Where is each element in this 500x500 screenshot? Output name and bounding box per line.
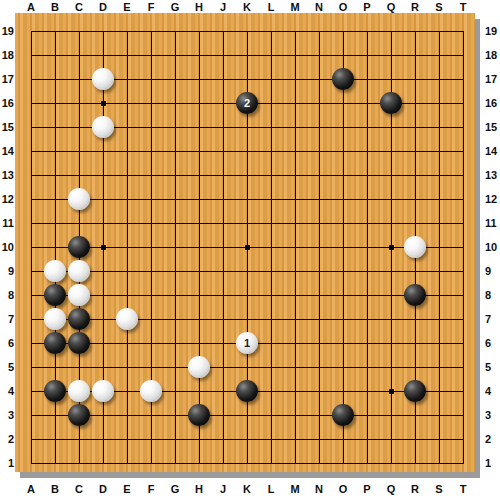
intersection-T4[interactable] (451, 379, 475, 403)
intersection-O14[interactable] (331, 139, 355, 163)
intersection-D9[interactable] (91, 259, 115, 283)
intersection-A9[interactable] (19, 259, 43, 283)
intersection-H14[interactable] (187, 139, 211, 163)
intersection-R2[interactable] (403, 427, 427, 451)
intersection-H15[interactable] (187, 115, 211, 139)
intersection-A13[interactable] (19, 163, 43, 187)
intersection-E6[interactable] (115, 331, 139, 355)
intersection-K16[interactable]: 2 (235, 91, 259, 115)
intersection-D2[interactable] (91, 427, 115, 451)
intersection-P13[interactable] (355, 163, 379, 187)
intersection-P17[interactable] (355, 67, 379, 91)
intersection-P3[interactable] (355, 403, 379, 427)
intersection-N3[interactable] (307, 403, 331, 427)
intersection-L15[interactable] (259, 115, 283, 139)
intersection-J8[interactable] (211, 283, 235, 307)
intersection-D4[interactable] (91, 379, 115, 403)
intersection-L6[interactable] (259, 331, 283, 355)
intersection-O13[interactable] (331, 163, 355, 187)
intersection-J11[interactable] (211, 211, 235, 235)
intersection-L13[interactable] (259, 163, 283, 187)
intersection-C15[interactable] (67, 115, 91, 139)
black-stone-C10[interactable] (68, 236, 90, 258)
intersection-O10[interactable] (331, 235, 355, 259)
intersection-O1[interactable] (331, 451, 355, 475)
intersection-Q7[interactable] (379, 307, 403, 331)
intersection-D11[interactable] (91, 211, 115, 235)
intersection-R17[interactable] (403, 67, 427, 91)
go-board[interactable]: 21 (15, 13, 475, 472)
intersection-F13[interactable] (139, 163, 163, 187)
intersection-P7[interactable] (355, 307, 379, 331)
intersection-Q8[interactable] (379, 283, 403, 307)
intersection-S6[interactable] (427, 331, 451, 355)
intersection-M10[interactable] (283, 235, 307, 259)
intersection-Q12[interactable] (379, 187, 403, 211)
intersection-R18[interactable] (403, 43, 427, 67)
intersection-O2[interactable] (331, 427, 355, 451)
intersection-L12[interactable] (259, 187, 283, 211)
black-stone-C3[interactable] (68, 404, 90, 426)
intersection-P4[interactable] (355, 379, 379, 403)
intersection-T12[interactable] (451, 187, 475, 211)
intersection-M14[interactable] (283, 139, 307, 163)
intersection-G6[interactable] (163, 331, 187, 355)
intersection-N5[interactable] (307, 355, 331, 379)
intersection-J14[interactable] (211, 139, 235, 163)
intersection-F6[interactable] (139, 331, 163, 355)
intersection-N14[interactable] (307, 139, 331, 163)
intersection-H16[interactable] (187, 91, 211, 115)
intersection-K2[interactable] (235, 427, 259, 451)
intersection-M4[interactable] (283, 379, 307, 403)
intersection-K6[interactable]: 1 (235, 331, 259, 355)
intersection-Q17[interactable] (379, 67, 403, 91)
intersection-B16[interactable] (43, 91, 67, 115)
intersection-A14[interactable] (19, 139, 43, 163)
intersection-L19[interactable] (259, 19, 283, 43)
intersection-J7[interactable] (211, 307, 235, 331)
intersection-E8[interactable] (115, 283, 139, 307)
intersection-G16[interactable] (163, 91, 187, 115)
intersection-B18[interactable] (43, 43, 67, 67)
intersection-H4[interactable] (187, 379, 211, 403)
intersection-F8[interactable] (139, 283, 163, 307)
intersection-C11[interactable] (67, 211, 91, 235)
intersection-R10[interactable] (403, 235, 427, 259)
intersection-M5[interactable] (283, 355, 307, 379)
intersection-F2[interactable] (139, 427, 163, 451)
intersection-M2[interactable] (283, 427, 307, 451)
intersection-G11[interactable] (163, 211, 187, 235)
intersection-F9[interactable] (139, 259, 163, 283)
intersection-B13[interactable] (43, 163, 67, 187)
intersection-T14[interactable] (451, 139, 475, 163)
intersection-A6[interactable] (19, 331, 43, 355)
intersection-D18[interactable] (91, 43, 115, 67)
black-stone-B6[interactable] (44, 332, 66, 354)
intersection-B1[interactable] (43, 451, 67, 475)
intersection-H6[interactable] (187, 331, 211, 355)
intersection-J10[interactable] (211, 235, 235, 259)
intersection-M13[interactable] (283, 163, 307, 187)
intersection-C9[interactable] (67, 259, 91, 283)
intersection-E19[interactable] (115, 19, 139, 43)
intersection-N1[interactable] (307, 451, 331, 475)
intersection-G8[interactable] (163, 283, 187, 307)
intersection-C16[interactable] (67, 91, 91, 115)
intersection-R8[interactable] (403, 283, 427, 307)
intersection-G1[interactable] (163, 451, 187, 475)
intersection-N13[interactable] (307, 163, 331, 187)
intersection-F3[interactable] (139, 403, 163, 427)
intersection-N18[interactable] (307, 43, 331, 67)
intersection-O16[interactable] (331, 91, 355, 115)
intersection-J17[interactable] (211, 67, 235, 91)
white-stone-D4[interactable] (92, 380, 114, 402)
intersection-Q14[interactable] (379, 139, 403, 163)
intersection-O8[interactable] (331, 283, 355, 307)
white-stone-B7[interactable] (44, 308, 66, 330)
intersection-T5[interactable] (451, 355, 475, 379)
intersection-S14[interactable] (427, 139, 451, 163)
intersection-S19[interactable] (427, 19, 451, 43)
black-stone-K4[interactable] (236, 380, 258, 402)
white-stone-C4[interactable] (68, 380, 90, 402)
intersection-B10[interactable] (43, 235, 67, 259)
intersection-J19[interactable] (211, 19, 235, 43)
intersection-B19[interactable] (43, 19, 67, 43)
intersection-G12[interactable] (163, 187, 187, 211)
intersection-Q16[interactable] (379, 91, 403, 115)
black-stone-Q16[interactable] (380, 92, 402, 114)
intersection-N8[interactable] (307, 283, 331, 307)
intersection-O6[interactable] (331, 331, 355, 355)
intersection-O19[interactable] (331, 19, 355, 43)
intersection-N2[interactable] (307, 427, 331, 451)
intersection-N7[interactable] (307, 307, 331, 331)
intersection-Q4[interactable] (379, 379, 403, 403)
white-stone-B9[interactable] (44, 260, 66, 282)
intersection-R16[interactable] (403, 91, 427, 115)
intersection-B17[interactable] (43, 67, 67, 91)
intersection-H13[interactable] (187, 163, 211, 187)
intersection-R13[interactable] (403, 163, 427, 187)
intersection-J15[interactable] (211, 115, 235, 139)
intersection-H12[interactable] (187, 187, 211, 211)
intersection-K9[interactable] (235, 259, 259, 283)
intersection-K12[interactable] (235, 187, 259, 211)
white-stone-D17[interactable] (92, 68, 114, 90)
intersection-P9[interactable] (355, 259, 379, 283)
intersection-F4[interactable] (139, 379, 163, 403)
intersection-Q11[interactable] (379, 211, 403, 235)
intersection-J5[interactable] (211, 355, 235, 379)
intersection-H11[interactable] (187, 211, 211, 235)
intersection-G17[interactable] (163, 67, 187, 91)
intersection-M16[interactable] (283, 91, 307, 115)
intersection-K13[interactable] (235, 163, 259, 187)
intersection-A5[interactable] (19, 355, 43, 379)
intersection-A7[interactable] (19, 307, 43, 331)
intersection-E4[interactable] (115, 379, 139, 403)
intersection-E16[interactable] (115, 91, 139, 115)
intersection-G3[interactable] (163, 403, 187, 427)
intersection-L7[interactable] (259, 307, 283, 331)
intersection-T1[interactable] (451, 451, 475, 475)
intersection-P12[interactable] (355, 187, 379, 211)
intersection-J1[interactable] (211, 451, 235, 475)
intersection-C2[interactable] (67, 427, 91, 451)
intersection-K14[interactable] (235, 139, 259, 163)
intersection-M9[interactable] (283, 259, 307, 283)
intersection-O11[interactable] (331, 211, 355, 235)
intersection-O7[interactable] (331, 307, 355, 331)
intersection-S1[interactable] (427, 451, 451, 475)
intersection-Q5[interactable] (379, 355, 403, 379)
intersection-E1[interactable] (115, 451, 139, 475)
intersection-T9[interactable] (451, 259, 475, 283)
intersection-S2[interactable] (427, 427, 451, 451)
intersection-T13[interactable] (451, 163, 475, 187)
intersection-A3[interactable] (19, 403, 43, 427)
intersection-E14[interactable] (115, 139, 139, 163)
intersection-C19[interactable] (67, 19, 91, 43)
intersection-S15[interactable] (427, 115, 451, 139)
intersection-J16[interactable] (211, 91, 235, 115)
intersection-S4[interactable] (427, 379, 451, 403)
intersection-T2[interactable] (451, 427, 475, 451)
intersection-R11[interactable] (403, 211, 427, 235)
intersection-J18[interactable] (211, 43, 235, 67)
intersection-O18[interactable] (331, 43, 355, 67)
intersection-H19[interactable] (187, 19, 211, 43)
white-stone-C9[interactable] (68, 260, 90, 282)
intersection-E10[interactable] (115, 235, 139, 259)
intersection-R15[interactable] (403, 115, 427, 139)
intersection-D10[interactable] (91, 235, 115, 259)
intersection-F18[interactable] (139, 43, 163, 67)
intersection-B15[interactable] (43, 115, 67, 139)
intersection-H7[interactable] (187, 307, 211, 331)
intersection-P8[interactable] (355, 283, 379, 307)
intersection-L17[interactable] (259, 67, 283, 91)
intersection-N12[interactable] (307, 187, 331, 211)
intersection-H3[interactable] (187, 403, 211, 427)
black-stone-O3[interactable] (332, 404, 354, 426)
intersection-R9[interactable] (403, 259, 427, 283)
intersection-A17[interactable] (19, 67, 43, 91)
intersection-D3[interactable] (91, 403, 115, 427)
intersection-F14[interactable] (139, 139, 163, 163)
intersection-B8[interactable] (43, 283, 67, 307)
intersection-A15[interactable] (19, 115, 43, 139)
intersection-T19[interactable] (451, 19, 475, 43)
intersection-T11[interactable] (451, 211, 475, 235)
intersection-M19[interactable] (283, 19, 307, 43)
intersection-H1[interactable] (187, 451, 211, 475)
intersection-H10[interactable] (187, 235, 211, 259)
intersection-J12[interactable] (211, 187, 235, 211)
intersection-K17[interactable] (235, 67, 259, 91)
black-stone-O17[interactable] (332, 68, 354, 90)
intersection-C12[interactable] (67, 187, 91, 211)
intersection-S7[interactable] (427, 307, 451, 331)
intersection-E2[interactable] (115, 427, 139, 451)
intersection-C6[interactable] (67, 331, 91, 355)
intersection-D1[interactable] (91, 451, 115, 475)
intersection-R5[interactable] (403, 355, 427, 379)
black-stone-B4[interactable] (44, 380, 66, 402)
intersection-M15[interactable] (283, 115, 307, 139)
intersection-Q19[interactable] (379, 19, 403, 43)
intersection-B2[interactable] (43, 427, 67, 451)
intersection-N11[interactable] (307, 211, 331, 235)
intersection-D19[interactable] (91, 19, 115, 43)
intersection-J13[interactable] (211, 163, 235, 187)
intersection-F11[interactable] (139, 211, 163, 235)
intersection-R19[interactable] (403, 19, 427, 43)
white-stone-K6[interactable]: 1 (236, 332, 258, 354)
intersection-B14[interactable] (43, 139, 67, 163)
intersection-L14[interactable] (259, 139, 283, 163)
intersection-F17[interactable] (139, 67, 163, 91)
black-stone-R4[interactable] (404, 380, 426, 402)
intersection-G9[interactable] (163, 259, 187, 283)
intersection-M8[interactable] (283, 283, 307, 307)
intersection-C17[interactable] (67, 67, 91, 91)
intersection-Q6[interactable] (379, 331, 403, 355)
intersection-K7[interactable] (235, 307, 259, 331)
intersection-R7[interactable] (403, 307, 427, 331)
white-stone-C8[interactable] (68, 284, 90, 306)
intersection-D13[interactable] (91, 163, 115, 187)
intersection-P10[interactable] (355, 235, 379, 259)
intersection-F1[interactable] (139, 451, 163, 475)
intersection-F16[interactable] (139, 91, 163, 115)
intersection-P16[interactable] (355, 91, 379, 115)
intersection-N9[interactable] (307, 259, 331, 283)
intersection-Q18[interactable] (379, 43, 403, 67)
intersection-B9[interactable] (43, 259, 67, 283)
intersection-O15[interactable] (331, 115, 355, 139)
intersection-M3[interactable] (283, 403, 307, 427)
intersection-D5[interactable] (91, 355, 115, 379)
intersection-J3[interactable] (211, 403, 235, 427)
intersection-K11[interactable] (235, 211, 259, 235)
intersection-P6[interactable] (355, 331, 379, 355)
intersection-T16[interactable] (451, 91, 475, 115)
intersection-J4[interactable] (211, 379, 235, 403)
intersection-E7[interactable] (115, 307, 139, 331)
intersection-L16[interactable] (259, 91, 283, 115)
intersection-H9[interactable] (187, 259, 211, 283)
intersection-G10[interactable] (163, 235, 187, 259)
intersection-L10[interactable] (259, 235, 283, 259)
intersection-Q9[interactable] (379, 259, 403, 283)
intersection-R3[interactable] (403, 403, 427, 427)
intersection-M12[interactable] (283, 187, 307, 211)
intersection-K15[interactable] (235, 115, 259, 139)
white-stone-H5[interactable] (188, 356, 210, 378)
intersection-M6[interactable] (283, 331, 307, 355)
black-stone-C7[interactable] (68, 308, 90, 330)
intersection-H8[interactable] (187, 283, 211, 307)
intersection-S8[interactable] (427, 283, 451, 307)
intersection-G4[interactable] (163, 379, 187, 403)
intersection-M1[interactable] (283, 451, 307, 475)
intersection-L2[interactable] (259, 427, 283, 451)
intersection-D16[interactable] (91, 91, 115, 115)
intersection-D7[interactable] (91, 307, 115, 331)
intersection-C3[interactable] (67, 403, 91, 427)
intersection-R14[interactable] (403, 139, 427, 163)
intersection-D15[interactable] (91, 115, 115, 139)
intersection-B11[interactable] (43, 211, 67, 235)
intersection-C13[interactable] (67, 163, 91, 187)
intersection-A4[interactable] (19, 379, 43, 403)
intersection-A16[interactable] (19, 91, 43, 115)
intersection-P15[interactable] (355, 115, 379, 139)
intersection-C5[interactable] (67, 355, 91, 379)
intersection-E15[interactable] (115, 115, 139, 139)
intersection-O9[interactable] (331, 259, 355, 283)
intersection-F5[interactable] (139, 355, 163, 379)
intersection-G7[interactable] (163, 307, 187, 331)
intersection-L18[interactable] (259, 43, 283, 67)
intersection-R6[interactable] (403, 331, 427, 355)
intersection-B7[interactable] (43, 307, 67, 331)
intersection-E17[interactable] (115, 67, 139, 91)
intersection-S12[interactable] (427, 187, 451, 211)
intersection-O17[interactable] (331, 67, 355, 91)
intersection-G14[interactable] (163, 139, 187, 163)
intersection-Q2[interactable] (379, 427, 403, 451)
intersection-S17[interactable] (427, 67, 451, 91)
intersection-G15[interactable] (163, 115, 187, 139)
intersection-A1[interactable] (19, 451, 43, 475)
intersection-D17[interactable] (91, 67, 115, 91)
intersection-T18[interactable] (451, 43, 475, 67)
intersection-J9[interactable] (211, 259, 235, 283)
intersection-D8[interactable] (91, 283, 115, 307)
white-stone-R10[interactable] (404, 236, 426, 258)
intersection-S13[interactable] (427, 163, 451, 187)
intersection-Q1[interactable] (379, 451, 403, 475)
intersection-A12[interactable] (19, 187, 43, 211)
black-stone-K16[interactable]: 2 (236, 92, 258, 114)
intersection-F7[interactable] (139, 307, 163, 331)
intersection-G13[interactable] (163, 163, 187, 187)
intersection-S10[interactable] (427, 235, 451, 259)
intersection-P18[interactable] (355, 43, 379, 67)
intersection-Q10[interactable] (379, 235, 403, 259)
intersection-T7[interactable] (451, 307, 475, 331)
intersection-R12[interactable] (403, 187, 427, 211)
intersection-B6[interactable] (43, 331, 67, 355)
intersection-R4[interactable] (403, 379, 427, 403)
intersection-C18[interactable] (67, 43, 91, 67)
intersection-C7[interactable] (67, 307, 91, 331)
intersection-C4[interactable] (67, 379, 91, 403)
intersection-K8[interactable] (235, 283, 259, 307)
intersection-E9[interactable] (115, 259, 139, 283)
intersection-P1[interactable] (355, 451, 379, 475)
intersection-N19[interactable] (307, 19, 331, 43)
intersection-F10[interactable] (139, 235, 163, 259)
intersection-K1[interactable] (235, 451, 259, 475)
intersection-Q3[interactable] (379, 403, 403, 427)
